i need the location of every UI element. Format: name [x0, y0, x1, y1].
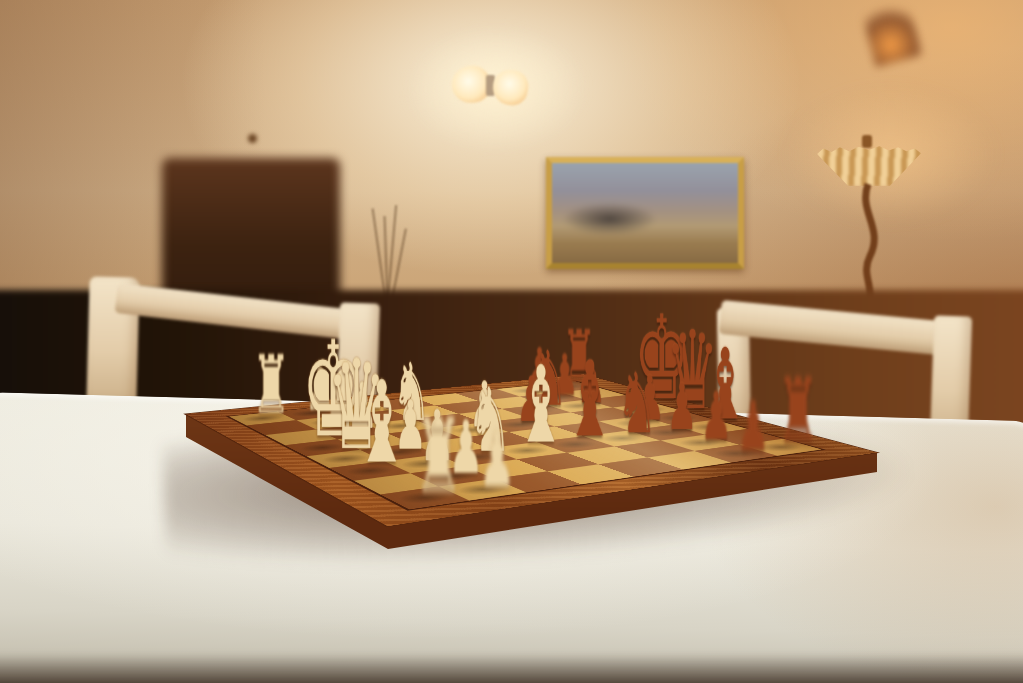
foreground-shadow: [0, 653, 1023, 683]
black-pawn-a7: ♟: [737, 394, 770, 459]
black-pawn-c7: ♟: [667, 377, 698, 438]
white-rook-h1: ♜: [252, 346, 291, 422]
black-pawn-b7: ♟: [700, 385, 732, 448]
white-bishop-c1: ♝: [355, 369, 409, 477]
wall-dot: [248, 134, 257, 143]
painting-landscape: [552, 163, 738, 263]
white-pawn-a2: ♟: [479, 423, 516, 495]
white-rook-a1: ♜: [414, 406, 463, 504]
lamp-finial: [862, 135, 872, 148]
room-photo: ♜♟♟♜♟♟♟♞♞♟♚♟♟♚♛♟♟♛♝♟♞♝♝♞♟♝♟♟♜♟♟♜: [0, 0, 1023, 683]
white-bishop-c4: ♝: [515, 355, 566, 456]
black-knight-c6: ♞: [617, 364, 657, 443]
dried-plant: [372, 200, 406, 300]
painting-hill: [563, 203, 656, 235]
black-rook-a8: ♜: [777, 368, 820, 452]
framed-painting: [546, 157, 744, 269]
black-bishop-c5: ♝: [565, 350, 615, 449]
